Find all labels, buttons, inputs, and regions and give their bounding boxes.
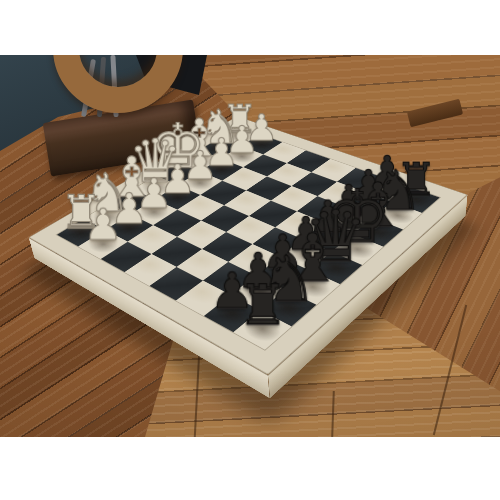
chessboard: ♜♟♟♜♞♟♟♞♝♟♟♝♚♟♟♚♛♟♟♛♝♟♟♝♞♟♟♞♜♟♟♜ (29, 116, 468, 375)
photo-area: ♜♟♟♜♞♟♟♞♝♟♟♝♚♟♟♚♛♟♟♛♝♟♟♝♞♟♟♞♜♟♟♜ (0, 55, 500, 437)
screenshot: ♜♟♟♜♞♟♟♞♝♟♟♝♚♟♟♚♛♟♟♛♝♟♟♝♞♟♟♞♜♟♟♜ (0, 0, 500, 500)
board-top: ♜♟♟♜♞♟♟♞♝♟♟♝♚♟♟♚♛♟♟♛♝♟♟♝♞♟♟♞♜♟♟♜ (29, 116, 468, 375)
white-pawn: ♟ (81, 204, 124, 247)
square: ♜ (233, 310, 291, 349)
table-scene: ♜♟♟♜♞♟♟♞♝♟♟♝♚♟♟♚♛♟♟♛♝♟♟♝♞♟♟♞♜♟♟♜ (0, 55, 500, 437)
black-rook: ♜ (235, 277, 291, 333)
